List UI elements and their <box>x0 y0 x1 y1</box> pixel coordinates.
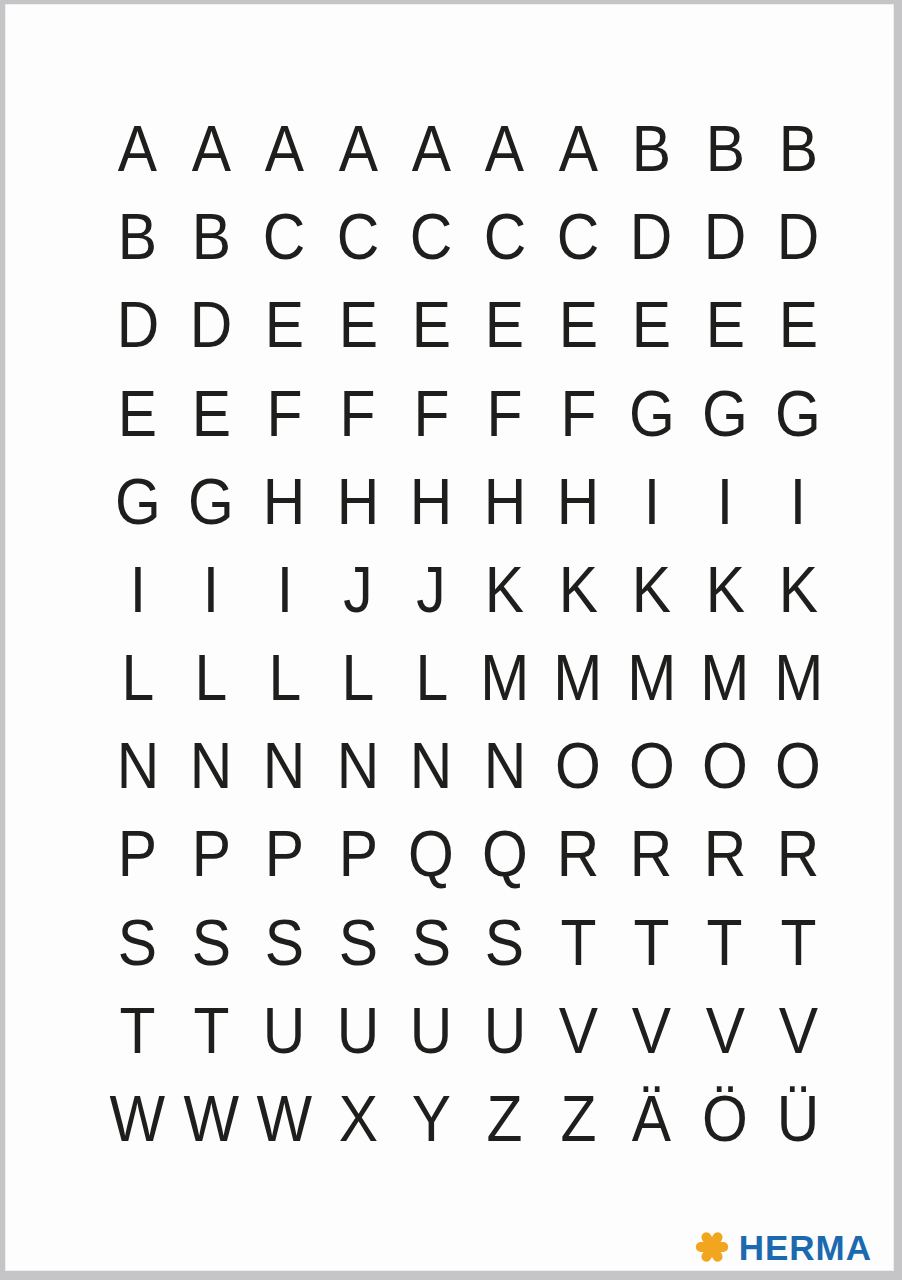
letter-grid: AAAAAAABBBBBCCCCCDDDDDEEEEEEEEEEFFFFFGGG… <box>101 105 835 1163</box>
letter-cell: F <box>321 369 394 457</box>
letter-cell: K <box>688 546 761 634</box>
letter-cell: A <box>395 105 468 193</box>
letter-cell: C <box>321 193 394 281</box>
letter-cell: T <box>762 898 835 986</box>
letter-cell: K <box>615 546 688 634</box>
letter-cell: K <box>762 546 835 634</box>
letter-cell: F <box>395 369 468 457</box>
letter-cell: I <box>101 546 174 634</box>
letter-cell: X <box>321 1075 394 1163</box>
letter-cell: F <box>248 369 321 457</box>
letter-cell: M <box>615 634 688 722</box>
herma-logo: HERMA <box>694 1229 872 1265</box>
letter-cell: B <box>174 193 247 281</box>
letter-cell: H <box>541 458 614 546</box>
letter-cell: P <box>321 810 394 898</box>
letter-cell: I <box>615 458 688 546</box>
letter-cell: S <box>321 898 394 986</box>
letter-cell: A <box>101 105 174 193</box>
letter-cell: G <box>688 369 761 457</box>
letter-cell: V <box>541 987 614 1075</box>
letter-cell: Ö <box>688 1075 761 1163</box>
letter-cell: S <box>174 898 247 986</box>
letter-cell: G <box>174 458 247 546</box>
letter-cell: Q <box>468 810 541 898</box>
letter-cell: E <box>762 281 835 369</box>
letter-cell: W <box>174 1075 247 1163</box>
letter-cell: O <box>762 722 835 810</box>
letter-cell: L <box>174 634 247 722</box>
letter-cell: T <box>688 898 761 986</box>
letter-cell: W <box>248 1075 321 1163</box>
letter-cell: I <box>174 546 247 634</box>
letter-cell: G <box>615 369 688 457</box>
letter-cell: A <box>174 105 247 193</box>
letter-cell: K <box>541 546 614 634</box>
letter-cell: G <box>762 369 835 457</box>
herma-brand-text: HERMA <box>739 1230 872 1265</box>
letter-cell: B <box>615 105 688 193</box>
letter-cell: U <box>468 987 541 1075</box>
letter-cell: Q <box>395 810 468 898</box>
letter-cell: B <box>762 105 835 193</box>
letter-cell: E <box>101 369 174 457</box>
letter-cell: H <box>248 458 321 546</box>
letter-cell: C <box>468 193 541 281</box>
letter-cell: U <box>248 987 321 1075</box>
letter-cell: Z <box>468 1075 541 1163</box>
letter-cell: B <box>688 105 761 193</box>
letter-cell: N <box>321 722 394 810</box>
letter-cell: R <box>762 810 835 898</box>
letter-cell: R <box>541 810 614 898</box>
letter-cell: H <box>321 458 394 546</box>
letter-cell: S <box>468 898 541 986</box>
letter-cell: I <box>688 458 761 546</box>
letter-cell: A <box>321 105 394 193</box>
letter-cell: M <box>468 634 541 722</box>
letter-cell: A <box>541 105 614 193</box>
letter-cell: D <box>762 193 835 281</box>
letter-cell: R <box>615 810 688 898</box>
sticker-sheet-photo: { "game": "alphabet-letter-sticker-sheet… <box>0 0 902 1280</box>
letter-cell: E <box>321 281 394 369</box>
letter-cell: V <box>615 987 688 1075</box>
letter-cell: H <box>468 458 541 546</box>
letter-cell: Z <box>541 1075 614 1163</box>
letter-cell: W <box>101 1075 174 1163</box>
letter-cell: T <box>615 898 688 986</box>
letter-cell: A <box>248 105 321 193</box>
letter-cell: D <box>615 193 688 281</box>
letter-cell: C <box>541 193 614 281</box>
letter-cell: E <box>541 281 614 369</box>
letter-cell: N <box>395 722 468 810</box>
letter-cell: E <box>395 281 468 369</box>
letter-cell: N <box>174 722 247 810</box>
letter-cell: T <box>174 987 247 1075</box>
letter-cell: L <box>248 634 321 722</box>
letter-cell: P <box>101 810 174 898</box>
letter-cell: S <box>101 898 174 986</box>
letter-cell: L <box>395 634 468 722</box>
letter-cell: S <box>248 898 321 986</box>
letter-cell: I <box>762 458 835 546</box>
letter-cell: D <box>688 193 761 281</box>
letter-cell: M <box>541 634 614 722</box>
letter-cell: J <box>321 546 394 634</box>
letter-cell: C <box>395 193 468 281</box>
letter-cell: Ü <box>762 1075 835 1163</box>
letter-cell: M <box>688 634 761 722</box>
letter-cell: E <box>615 281 688 369</box>
letter-cell: Y <box>395 1075 468 1163</box>
letter-cell: L <box>101 634 174 722</box>
letter-cell: V <box>688 987 761 1075</box>
letter-cell: P <box>174 810 247 898</box>
letter-cell: K <box>468 546 541 634</box>
letter-cell: Ä <box>615 1075 688 1163</box>
letter-cell: R <box>688 810 761 898</box>
letter-cell: N <box>248 722 321 810</box>
letter-cell: M <box>762 634 835 722</box>
letter-cell: E <box>468 281 541 369</box>
letter-cell: L <box>321 634 394 722</box>
letter-cell: D <box>174 281 247 369</box>
letter-cell: U <box>395 987 468 1075</box>
letter-cell: D <box>101 281 174 369</box>
herma-asterisk-icon <box>694 1229 730 1265</box>
letter-cell: J <box>395 546 468 634</box>
letter-cell: N <box>101 722 174 810</box>
letter-cell: F <box>468 369 541 457</box>
sticker-sheet: AAAAAAABBBBBCCCCCDDDDDEEEEEEEEEEFFFFFGGG… <box>5 4 894 1271</box>
letter-cell: H <box>395 458 468 546</box>
letter-cell: N <box>468 722 541 810</box>
letter-cell: T <box>101 987 174 1075</box>
letter-cell: O <box>688 722 761 810</box>
letter-cell: E <box>688 281 761 369</box>
letter-cell: B <box>101 193 174 281</box>
letter-cell: E <box>174 369 247 457</box>
letter-cell: S <box>395 898 468 986</box>
letter-cell: O <box>615 722 688 810</box>
letter-cell: V <box>762 987 835 1075</box>
letter-cell: I <box>248 546 321 634</box>
letter-cell: A <box>468 105 541 193</box>
letter-cell: G <box>101 458 174 546</box>
letter-cell: E <box>248 281 321 369</box>
letter-cell: U <box>321 987 394 1075</box>
letter-cell: C <box>248 193 321 281</box>
letter-cell: O <box>541 722 614 810</box>
letter-cell: F <box>541 369 614 457</box>
letter-cell: T <box>541 898 614 986</box>
letter-cell: P <box>248 810 321 898</box>
